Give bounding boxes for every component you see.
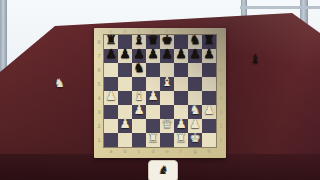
rank-label-right-7: 7 [217, 49, 225, 63]
file-label-e: e [160, 148, 174, 154]
rank-label-3: 3 [95, 105, 103, 119]
square-e5[interactable]: ♝ [160, 77, 174, 91]
rank-label-7: 7 [95, 49, 103, 63]
square-e2[interactable]: ♛ [160, 119, 174, 133]
square-h1[interactable] [202, 133, 216, 147]
square-a3[interactable] [104, 105, 118, 119]
file-label-h: h [202, 148, 216, 154]
square-h2[interactable] [202, 119, 216, 133]
file-label-c: c [132, 148, 146, 154]
rank-label-right-1: 1 [217, 133, 225, 147]
square-c6[interactable]: ♞ [132, 63, 146, 77]
piece-white-pawn-b2[interactable]: ♟ [118, 116, 132, 132]
file-label-top-c: c [132, 28, 146, 34]
square-h6[interactable] [202, 63, 216, 77]
rank-label-8: 8 [95, 35, 103, 49]
file-label-top-a: a [104, 28, 118, 34]
square-a6[interactable] [104, 63, 118, 77]
square-c1[interactable] [132, 133, 146, 147]
window-sill [240, 6, 320, 9]
rank-label-5: 5 [95, 77, 103, 91]
piece-white-bishop-e5[interactable]: ♝ [160, 74, 174, 90]
square-d7[interactable]: ♟ [146, 49, 160, 63]
piece-white-king-g1[interactable]: ♚ [188, 130, 202, 146]
file-label-g: g [188, 148, 202, 154]
brand-logo-tile: ♞ [148, 160, 178, 180]
file-label-top-g: g [188, 28, 202, 34]
board-grid: ♜♝♛♚♞♜♟♟♟♟♟♟♟♟♞♝♟♝♟♟♞♟♟♛♟♟♜♜♚ [104, 35, 216, 147]
square-h7[interactable]: ♟ [202, 49, 216, 63]
piece-white-pawn-c3[interactable]: ♟ [132, 102, 146, 118]
rank-label-1: 1 [95, 133, 103, 147]
square-b1[interactable] [118, 133, 132, 147]
square-a2[interactable] [104, 119, 118, 133]
piece-black-pawn-f7[interactable]: ♟ [174, 46, 188, 62]
piece-white-pawn-a4[interactable]: ♟ [104, 88, 118, 104]
square-f6[interactable] [174, 63, 188, 77]
chess-board-photo: ♜♝♛♚♞♜♟♟♟♟♟♟♟♟♞♝♟♝♟♟♞♟♟♛♟♟♜♜♚ aabbccddee… [0, 0, 320, 180]
square-f7[interactable]: ♟ [174, 49, 188, 63]
captured-black-bishop[interactable]: ♝ [250, 52, 261, 66]
captured-white-knight[interactable]: ♞ [54, 76, 65, 90]
rank-label-right-2: 2 [217, 119, 225, 133]
rank-label-right-3: 3 [217, 105, 225, 119]
square-c3[interactable]: ♟ [132, 105, 146, 119]
rank-label-right-5: 5 [217, 77, 225, 91]
file-label-b: b [118, 148, 132, 154]
square-a7[interactable]: ♟ [104, 49, 118, 63]
rank-label-6: 6 [95, 63, 103, 77]
piece-black-pawn-e7[interactable]: ♟ [160, 46, 174, 62]
file-label-top-e: e [160, 28, 174, 34]
square-d3[interactable] [146, 105, 160, 119]
square-g1[interactable]: ♚ [188, 133, 202, 147]
rank-label-right-4: 4 [217, 91, 225, 105]
square-g5[interactable] [188, 77, 202, 91]
file-label-top-h: h [202, 28, 216, 34]
file-label-a: a [104, 148, 118, 154]
square-b5[interactable] [118, 77, 132, 91]
square-b4[interactable] [118, 91, 132, 105]
piece-black-pawn-a7[interactable]: ♟ [104, 46, 118, 62]
square-g6[interactable] [188, 63, 202, 77]
square-h3[interactable]: ♟ [202, 105, 216, 119]
square-a1[interactable] [104, 133, 118, 147]
square-e4[interactable] [160, 91, 174, 105]
piece-black-knight-c6[interactable]: ♞ [132, 60, 146, 76]
piece-white-pawn-d4[interactable]: ♟ [146, 88, 160, 104]
square-g7[interactable]: ♟ [188, 49, 202, 63]
rank-label-4: 4 [95, 91, 103, 105]
rank-label-2: 2 [95, 119, 103, 133]
square-h5[interactable] [202, 77, 216, 91]
square-f5[interactable] [174, 77, 188, 91]
square-f1[interactable]: ♜ [174, 133, 188, 147]
square-d6[interactable] [146, 63, 160, 77]
file-label-d: d [146, 148, 160, 154]
square-b2[interactable]: ♟ [118, 119, 132, 133]
knight-logo-icon: ♞ [158, 163, 169, 177]
rank-label-right-8: 8 [217, 35, 225, 49]
square-e7[interactable]: ♟ [160, 49, 174, 63]
rank-label-right-6: 6 [217, 63, 225, 77]
square-d1[interactable]: ♜ [146, 133, 160, 147]
piece-black-pawn-g7[interactable]: ♟ [188, 46, 202, 62]
square-f4[interactable] [174, 91, 188, 105]
piece-black-pawn-d7[interactable]: ♟ [146, 46, 160, 62]
square-e1[interactable] [160, 133, 174, 147]
square-b7[interactable]: ♟ [118, 49, 132, 63]
piece-white-rook-f1[interactable]: ♜ [174, 130, 188, 146]
piece-black-pawn-h7[interactable]: ♟ [202, 46, 216, 62]
piece-black-pawn-b7[interactable]: ♟ [118, 46, 132, 62]
chess-board: ♜♝♛♚♞♜♟♟♟♟♟♟♟♟♞♝♟♝♟♟♞♟♟♛♟♟♜♜♚ aabbccddee… [94, 28, 226, 158]
file-label-top-d: d [146, 28, 160, 34]
square-b6[interactable] [118, 63, 132, 77]
square-a4[interactable]: ♟ [104, 91, 118, 105]
file-label-top-f: f [174, 28, 188, 34]
square-c2[interactable] [132, 119, 146, 133]
square-d4[interactable]: ♟ [146, 91, 160, 105]
file-label-top-b: b [118, 28, 132, 34]
piece-white-queen-e2[interactable]: ♛ [160, 116, 174, 132]
file-label-f: f [174, 148, 188, 154]
piece-white-rook-d1[interactable]: ♜ [146, 130, 160, 146]
piece-white-pawn-h3[interactable]: ♟ [202, 102, 216, 118]
